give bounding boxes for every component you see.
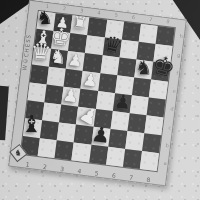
file-label-right: e: [172, 88, 176, 94]
file-label-right: b: [165, 142, 169, 148]
knight-logo-icon: ♞: [14, 149, 22, 158]
white-pawn-f3: ♟: [67, 52, 83, 70]
square: [155, 26, 174, 46]
rank-label-bottom: 2: [43, 163, 48, 170]
rank-label-bottom: 7: [129, 174, 134, 181]
rank-label-top: 8: [166, 18, 170, 24]
rank-label-bottom: 1: [25, 161, 30, 168]
chess-board: W©CHESS ♞ 1234567812345678hgfedcba ♞♟♜♝♚…: [8, 0, 187, 186]
rank-label-bottom: 3: [60, 165, 65, 172]
black-bishop-b1: ♝: [20, 113, 42, 137]
file-label-right: a: [163, 160, 167, 166]
black-pawn-d6: ♟: [113, 92, 132, 113]
file-label-right: d: [170, 106, 174, 112]
black-king-f8: ♚: [149, 51, 178, 82]
rank-label-top: 7: [149, 16, 153, 22]
rank-label-top: 6: [132, 14, 136, 20]
rank-label-bottom: 5: [94, 169, 99, 176]
square: [149, 80, 168, 100]
file-label-right: f: [176, 70, 179, 76]
rank-label-bottom: 6: [112, 171, 117, 178]
white-pawn-d3: ♟: [62, 86, 80, 106]
rank-label-top: 5: [114, 12, 118, 18]
white-rook-h3: ♜: [71, 14, 89, 33]
white-pawn-e4: ♟: [82, 71, 99, 90]
white-knight-f2: ♞: [49, 47, 68, 68]
square: [142, 133, 161, 153]
rank-label-top: 4: [97, 9, 101, 15]
square: [146, 97, 165, 117]
rank-label-bottom: 8: [146, 176, 151, 183]
dark-table-edge-left: [0, 86, 9, 141]
square: [140, 151, 159, 171]
black-pawn-b5: ♟: [90, 124, 111, 147]
file-label-right: c: [168, 124, 171, 130]
file-label-right: h: [179, 33, 183, 39]
photo-of-chessboard: W©CHESS ♞ 1234567812345678hgfedcba ♞♟♜♝♚…: [0, 0, 200, 200]
square: [144, 115, 163, 135]
rank-label-bottom: 4: [77, 167, 82, 174]
rank-label-top: 2: [63, 5, 67, 11]
